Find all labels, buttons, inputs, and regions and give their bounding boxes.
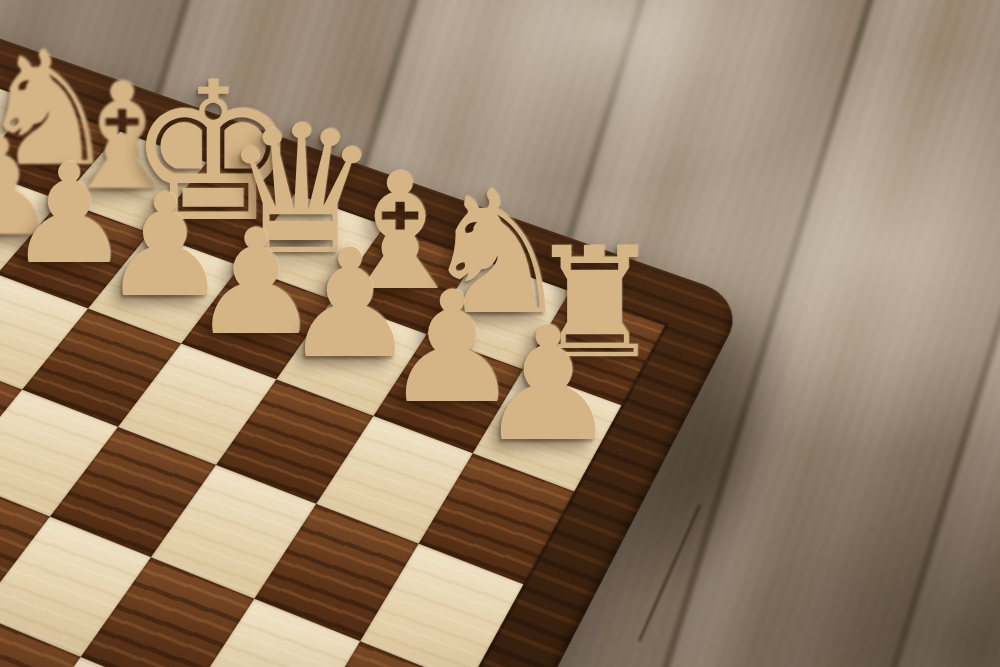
piece-white-pawn-a2[interactable]: ♟ [477,305,619,463]
photo-scene: ♞♝♚♟♛♟♝♟♞♟♟♜♟♟ [0,0,1000,667]
chess-pieces-layer: ♞♝♚♟♛♟♝♟♞♟♟♜♟♟ [0,0,1000,667]
